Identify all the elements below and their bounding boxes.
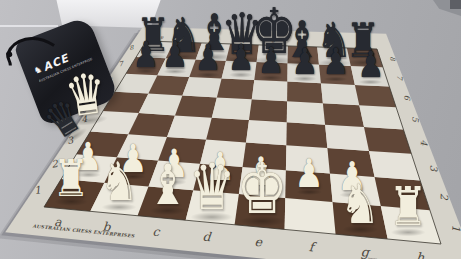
rank-label-right-3: 3 <box>428 165 439 172</box>
rank-label-right-5: 5 <box>410 116 420 122</box>
square-d6[interactable] <box>217 78 254 99</box>
piece-black-pawn-c7[interactable]: ♟ <box>191 40 223 76</box>
piece-black-pawn-h7[interactable]: ♟ <box>354 47 387 84</box>
piece-black-pawn-f7[interactable]: ♟ <box>289 44 322 80</box>
square-g4[interactable] <box>325 125 369 151</box>
piece-black-pawn-d7[interactable]: ♟ <box>225 40 257 76</box>
square-e4[interactable] <box>246 120 287 145</box>
piece-white-king-e1[interactable]: ♚ <box>231 154 294 224</box>
piece-black-pawn-b7[interactable]: ♟ <box>159 37 191 73</box>
piece-white-rook-a1[interactable]: ♜ <box>48 153 94 204</box>
square-c4[interactable] <box>167 115 212 139</box>
square-e6[interactable] <box>252 80 288 101</box>
piece-white-rook-h1[interactable]: ♜ <box>384 181 432 234</box>
square-g6[interactable] <box>321 83 359 105</box>
square-f6[interactable] <box>287 82 323 104</box>
square-f4[interactable] <box>286 122 327 148</box>
square-d4[interactable] <box>206 118 249 143</box>
piece-black-pawn-g7[interactable]: ♟ <box>319 44 352 81</box>
piece-black-pawn-a7[interactable]: ♟ <box>130 37 162 73</box>
rank-label-right-4: 4 <box>419 139 430 145</box>
square-f5[interactable] <box>287 101 325 124</box>
rank-label-right-1: 1 <box>449 224 461 231</box>
piece-black-pawn-e7[interactable]: ♟ <box>255 43 288 79</box>
file-label-h: h <box>415 250 425 259</box>
square-d5[interactable] <box>212 97 252 120</box>
square-c5[interactable] <box>175 95 217 117</box>
knight-icon: ♞ <box>33 65 44 76</box>
square-c6[interactable] <box>182 77 221 98</box>
scene: aabbccddeeffgghh1122334455667788AUSTRALI… <box>0 0 461 259</box>
piece-white-pawn-f2[interactable]: ♟ <box>291 154 326 194</box>
square-g5[interactable] <box>323 103 364 127</box>
piece-white-knight-b1[interactable]: ♞ <box>95 156 143 209</box>
square-e5[interactable] <box>249 99 287 122</box>
piece-white-knight-g1[interactable]: ♞ <box>336 176 385 231</box>
